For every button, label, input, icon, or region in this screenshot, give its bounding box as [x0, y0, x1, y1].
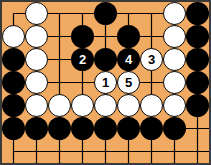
- black-stone: [186, 25, 209, 48]
- black-stone: [186, 71, 209, 94]
- empty-intersection: [117, 2, 140, 25]
- black-stone: [48, 117, 71, 140]
- board-point: 5: [117, 71, 140, 94]
- empty-intersection: [71, 2, 94, 25]
- black-stone: 2: [71, 48, 94, 71]
- go-diagram: 24315: [0, 0, 211, 165]
- empty-intersection: [163, 140, 186, 163]
- black-stone: [2, 94, 25, 117]
- black-stone: [186, 48, 209, 71]
- board-point: 3: [140, 48, 163, 71]
- board-point: [186, 48, 209, 71]
- empty-intersection: [94, 25, 117, 48]
- white-stone: [71, 94, 94, 117]
- board-point: [94, 48, 117, 71]
- black-stone: [94, 48, 117, 71]
- black-stone: [25, 117, 48, 140]
- board-point: [94, 94, 117, 117]
- empty-intersection: [71, 71, 94, 94]
- board-point: [140, 117, 163, 140]
- black-stone: [186, 2, 209, 25]
- board-point: [163, 71, 186, 94]
- stone-number: 5: [125, 76, 132, 89]
- board-point: [94, 2, 117, 25]
- empty-intersection: [48, 48, 71, 71]
- black-stone: [2, 48, 25, 71]
- stones-grid: 24315: [2, 2, 209, 163]
- board-point: [25, 117, 48, 140]
- board-point: [71, 94, 94, 117]
- empty-intersection: [2, 140, 25, 163]
- board-point: [2, 71, 25, 94]
- white-stone: [25, 71, 48, 94]
- black-stone: 4: [117, 48, 140, 71]
- board-point: [186, 71, 209, 94]
- board-point: [25, 71, 48, 94]
- empty-intersection: [186, 140, 209, 163]
- board-point: [25, 2, 48, 25]
- board-point: 4: [117, 48, 140, 71]
- empty-intersection: [140, 25, 163, 48]
- black-stone: [71, 25, 94, 48]
- board-point: [25, 48, 48, 71]
- empty-intersection: [25, 140, 48, 163]
- empty-intersection: [186, 117, 209, 140]
- empty-intersection: [140, 71, 163, 94]
- black-stone: [117, 25, 140, 48]
- board-point: [2, 117, 25, 140]
- board-point: [163, 117, 186, 140]
- empty-intersection: [48, 71, 71, 94]
- black-stone: [163, 117, 186, 140]
- white-stone: [163, 25, 186, 48]
- go-board: 24315: [2, 2, 209, 163]
- board-point: [71, 25, 94, 48]
- board-point: [25, 25, 48, 48]
- black-stone: [94, 2, 117, 25]
- white-stone: [163, 48, 186, 71]
- board-point: [2, 94, 25, 117]
- board-point: [117, 94, 140, 117]
- board-point: [48, 117, 71, 140]
- board-point: [186, 94, 209, 117]
- white-stone: [25, 25, 48, 48]
- board-point: [94, 117, 117, 140]
- white-stone: [117, 94, 140, 117]
- stone-number: 3: [148, 53, 155, 66]
- board-point: [163, 94, 186, 117]
- board-point: [140, 94, 163, 117]
- black-stone: [140, 117, 163, 140]
- white-stone: [48, 94, 71, 117]
- board-point: [186, 25, 209, 48]
- stone-number: 1: [102, 76, 109, 89]
- board-point: [2, 48, 25, 71]
- empty-intersection: [140, 140, 163, 163]
- white-stone: [25, 94, 48, 117]
- board-point: [163, 48, 186, 71]
- white-stone: 1: [94, 71, 117, 94]
- board-point: [163, 25, 186, 48]
- empty-intersection: [2, 2, 25, 25]
- board-point: [25, 94, 48, 117]
- black-stone: [2, 71, 25, 94]
- white-stone: [140, 94, 163, 117]
- board-point: [117, 117, 140, 140]
- empty-intersection: [48, 140, 71, 163]
- black-stone: [71, 117, 94, 140]
- empty-intersection: [94, 140, 117, 163]
- white-stone: [2, 25, 25, 48]
- white-stone: [163, 2, 186, 25]
- white-stone: [25, 2, 48, 25]
- empty-intersection: [140, 2, 163, 25]
- board-point: [163, 2, 186, 25]
- board-point: 1: [94, 71, 117, 94]
- board-point: 2: [71, 48, 94, 71]
- empty-intersection: [117, 140, 140, 163]
- empty-intersection: [71, 140, 94, 163]
- empty-intersection: [48, 2, 71, 25]
- white-stone: [25, 48, 48, 71]
- black-stone: [186, 94, 209, 117]
- board-point: [186, 2, 209, 25]
- board-point: [71, 117, 94, 140]
- white-stone: [163, 71, 186, 94]
- board-point: [48, 94, 71, 117]
- black-stone: [94, 117, 117, 140]
- stone-number: 2: [79, 53, 86, 66]
- stone-number: 4: [125, 53, 132, 66]
- black-stone: [117, 117, 140, 140]
- empty-intersection: [48, 25, 71, 48]
- white-stone: 5: [117, 71, 140, 94]
- board-point: [117, 25, 140, 48]
- black-stone: [2, 117, 25, 140]
- board-point: [2, 25, 25, 48]
- white-stone: 3: [140, 48, 163, 71]
- white-stone: [94, 94, 117, 117]
- white-stone: [163, 94, 186, 117]
